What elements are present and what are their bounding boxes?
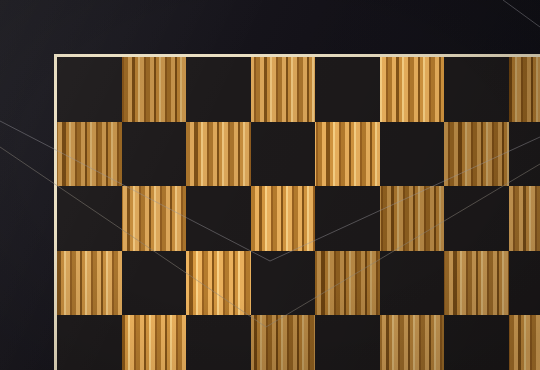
edge-highlights bbox=[0, 0, 540, 370]
bevel-1 bbox=[266, 164, 540, 327]
arris-0 bbox=[0, 121, 270, 261]
arris-1 bbox=[270, 137, 540, 261]
arris-highlight-lines bbox=[0, 0, 540, 261]
photo-stage bbox=[0, 0, 540, 370]
bevel-0 bbox=[0, 147, 266, 327]
arris-2 bbox=[503, 0, 540, 27]
